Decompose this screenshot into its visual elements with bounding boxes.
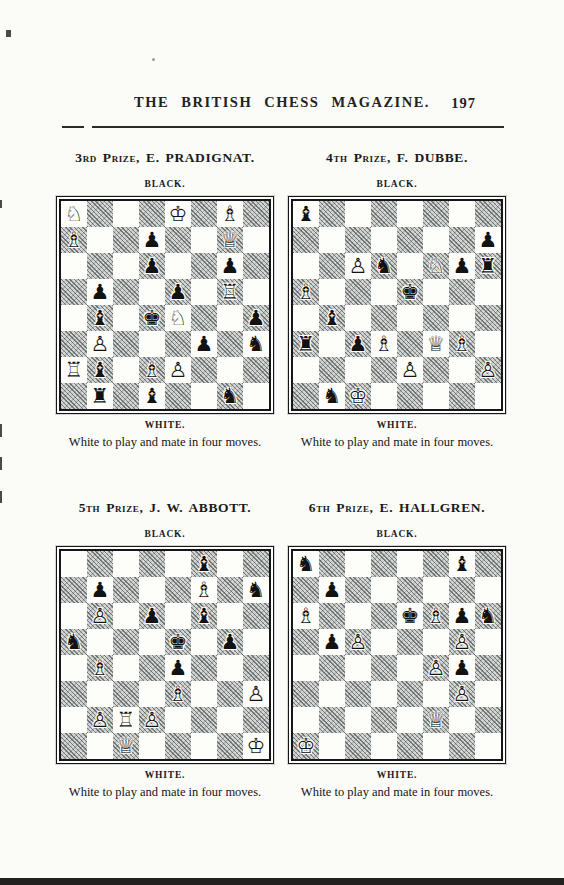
square-d6 [371,603,397,629]
problem-caption: White to play and mate in four moves. [40,435,290,450]
square-h3 [475,331,501,357]
square-d1 [371,383,397,409]
square-f2 [191,357,217,383]
square-e3 [397,681,423,707]
square-e1 [397,733,423,759]
square-a4 [293,305,319,331]
square-b1 [319,733,345,759]
square-b8 [87,201,113,227]
square-c8 [345,201,371,227]
square-f2: ♕ [423,707,449,733]
square-h7: ♟ [475,227,501,253]
square-c4 [345,305,371,331]
square-d8 [371,551,397,577]
square-c1 [113,383,139,409]
square-b2: ♙ [87,707,113,733]
square-b6: ♙ [87,603,113,629]
square-d3: ♗ [371,331,397,357]
piece-white-rook: ♖ [217,279,243,305]
square-h4 [475,655,501,681]
piece-black-rook: ♜ [87,383,113,409]
piece-black-pawn: ♟ [475,227,501,253]
square-a5: ♞ [61,629,87,655]
piece-white-knight: ♘ [61,201,87,227]
square-h8 [243,551,269,577]
square-a4 [61,655,87,681]
square-g3: ♙ [449,681,475,707]
square-b4: ♗ [87,655,113,681]
square-g1 [449,733,475,759]
square-d8 [371,201,397,227]
square-a3 [61,681,87,707]
square-h2 [243,707,269,733]
piece-white-king: ♔ [243,733,269,759]
piece-black-pawn: ♟ [165,655,191,681]
square-h4 [243,655,269,681]
square-e2: ♙ [165,357,191,383]
square-f8 [423,201,449,227]
square-c2 [345,357,371,383]
square-g7 [449,577,475,603]
piece-black-rook: ♜ [293,331,319,357]
square-b7 [319,227,345,253]
piece-white-queen: ♕ [217,227,243,253]
square-g3: ♗ [449,331,475,357]
square-f5 [191,629,217,655]
piece-black-bishop: ♝ [191,551,217,577]
square-f3 [423,681,449,707]
square-a1: ♔ [293,733,319,759]
square-f8 [423,551,449,577]
square-c6 [113,253,139,279]
square-a3 [293,681,319,707]
piece-white-bishop: ♗ [87,655,113,681]
square-f2 [423,357,449,383]
square-c7 [345,227,371,253]
square-g5: ♟ [217,629,243,655]
square-e1 [165,383,191,409]
square-a6: ♗ [293,603,319,629]
piece-black-knight: ♞ [475,603,501,629]
piece-black-pawn: ♟ [243,305,269,331]
problem-title: 5th Prize, J. W. ABBOTT. [40,500,290,516]
square-h7 [243,227,269,253]
piece-black-pawn: ♟ [165,279,191,305]
square-e3 [165,331,191,357]
square-d3 [139,331,165,357]
square-f1 [423,733,449,759]
piece-white-bishop: ♗ [191,577,217,603]
square-e2: ♙ [397,357,423,383]
square-d2: ♗ [139,357,165,383]
square-d3 [139,681,165,707]
square-d2 [371,707,397,733]
square-b3 [87,681,113,707]
square-d5 [371,629,397,655]
chessboard-pradignat: ♘♔♗♗♟♕♟♟♟♟♖♝♚♘♟♙♟♞♖♝♗♙♜♝♞ [56,196,274,414]
square-d7 [139,577,165,603]
square-g4 [217,305,243,331]
square-e6 [165,253,191,279]
square-f2 [191,707,217,733]
square-g6: ♟ [217,253,243,279]
square-f5 [423,279,449,305]
square-c4 [113,655,139,681]
square-d1: ♝ [139,383,165,409]
square-b7: ♟ [87,577,113,603]
piece-black-pawn: ♟ [217,253,243,279]
piece-black-bishop: ♝ [449,551,475,577]
square-f3 [191,681,217,707]
square-e4 [397,655,423,681]
square-a1 [61,733,87,759]
square-c5: ♙ [345,629,371,655]
piece-black-king: ♚ [397,603,423,629]
piece-black-pawn: ♟ [449,655,475,681]
square-b2: ♝ [87,357,113,383]
piece-white-knight: ♘ [423,253,449,279]
square-c3 [113,681,139,707]
square-e6 [397,253,423,279]
square-c3: ♟ [345,331,371,357]
square-a7 [293,227,319,253]
piece-white-bishop: ♗ [139,357,165,383]
square-a3: ♜ [293,331,319,357]
square-a7 [61,577,87,603]
square-d5 [139,279,165,305]
square-b5: ♟ [319,629,345,655]
square-a6 [61,253,87,279]
square-e6 [165,603,191,629]
square-b1: ♞ [319,383,345,409]
square-h6: ♜ [475,253,501,279]
square-g2 [449,707,475,733]
problem-caption: White to play and mate in four moves. [40,785,290,800]
square-c4 [113,305,139,331]
piece-white-bishop: ♗ [165,681,191,707]
square-g1 [217,733,243,759]
square-h6: ♞ [475,603,501,629]
square-b5 [319,279,345,305]
piece-white-pawn: ♙ [345,253,371,279]
piece-white-king: ♔ [165,201,191,227]
piece-black-bishop: ♝ [139,383,165,409]
square-f4 [191,655,217,681]
piece-black-pawn: ♟ [449,603,475,629]
square-c1: ♔ [345,383,371,409]
square-a3 [61,331,87,357]
square-c5 [113,279,139,305]
square-a8: ♝ [293,201,319,227]
square-f1 [191,383,217,409]
square-g6 [217,603,243,629]
square-a5 [293,629,319,655]
square-g5: ♙ [449,629,475,655]
piece-white-pawn: ♙ [87,331,113,357]
square-g2 [217,357,243,383]
piece-white-pawn: ♙ [87,603,113,629]
square-e5: ♚ [397,279,423,305]
square-h3: ♙ [243,681,269,707]
problem-title: 6th Prize, E. HALLGREN. [272,500,522,516]
piece-white-pawn: ♙ [87,707,113,733]
square-g5: ♖ [217,279,243,305]
square-b4: ♝ [87,305,113,331]
piece-black-knight: ♞ [319,383,345,409]
square-a5: ♗ [293,279,319,305]
square-g7 [449,227,475,253]
square-b1: ♜ [87,383,113,409]
square-b8 [87,551,113,577]
scan-artifact-tick [0,200,2,208]
square-f6: ♝ [191,603,217,629]
piece-black-pawn: ♟ [139,603,165,629]
square-a2: ♖ [61,357,87,383]
square-c8 [113,551,139,577]
square-g7 [217,577,243,603]
piece-black-bishop: ♝ [319,305,345,331]
piece-white-queen: ♕ [423,707,449,733]
piece-black-pawn: ♟ [139,253,165,279]
square-e4: ♟ [165,655,191,681]
square-d5 [139,629,165,655]
square-h4 [475,305,501,331]
square-d2 [371,357,397,383]
square-b3: ♙ [87,331,113,357]
piece-white-pawn: ♙ [243,681,269,707]
square-c8 [113,201,139,227]
scan-artifact-speck [6,30,11,37]
piece-white-bishop: ♗ [423,603,449,629]
square-h1 [475,383,501,409]
square-c6 [113,603,139,629]
piece-black-king: ♚ [139,305,165,331]
square-g2 [449,357,475,383]
black-side-label: BLACK. [272,529,522,539]
square-f7 [423,227,449,253]
square-f1 [191,733,217,759]
square-g8: ♗ [217,201,243,227]
square-g8 [449,201,475,227]
piece-black-king: ♚ [397,279,423,305]
piece-white-bishop: ♗ [61,227,87,253]
square-g8: ♝ [449,551,475,577]
white-side-label: WHITE. [40,420,290,430]
square-g1 [449,383,475,409]
square-f6: ♘ [423,253,449,279]
square-h8 [475,201,501,227]
piece-black-knight: ♞ [61,629,87,655]
square-e4 [397,305,423,331]
square-b5 [87,629,113,655]
problem-6th-prize-hallgren: 6th Prize, E. HALLGREN. BLACK. ♞♝♟♗♚♗♟♞♟… [272,500,522,800]
square-c7 [113,227,139,253]
square-e1 [397,383,423,409]
square-h2 [243,357,269,383]
square-d7: ♟ [139,227,165,253]
square-h5 [475,629,501,655]
square-d6: ♟ [139,603,165,629]
square-d3 [371,681,397,707]
scan-artifact-tick [0,424,2,437]
piece-white-knight: ♘ [165,305,191,331]
square-h2 [475,707,501,733]
page-number: 197 [451,95,476,112]
piece-black-king: ♚ [165,629,191,655]
square-f6: ♗ [423,603,449,629]
square-f3: ♟ [191,331,217,357]
square-e5: ♟ [165,279,191,305]
square-f8: ♝ [191,551,217,577]
square-h1: ♔ [243,733,269,759]
square-d7 [371,577,397,603]
piece-white-rook: ♖ [113,707,139,733]
square-e8 [397,551,423,577]
square-b6 [87,253,113,279]
square-f4 [191,305,217,331]
white-side-label: WHITE. [272,770,522,780]
piece-black-bishop: ♝ [87,305,113,331]
square-b5: ♟ [87,279,113,305]
piece-white-rook: ♖ [61,357,87,383]
square-a6 [61,603,87,629]
piece-white-pawn: ♙ [397,357,423,383]
square-c4 [345,655,371,681]
square-h8 [475,551,501,577]
square-b7: ♟ [319,577,345,603]
square-e5: ♚ [165,629,191,655]
piece-white-pawn: ♙ [345,629,371,655]
square-d7 [371,227,397,253]
square-h7 [475,577,501,603]
square-e3 [397,331,423,357]
square-d4 [371,655,397,681]
square-b4 [319,655,345,681]
piece-black-rook: ♜ [475,253,501,279]
square-f6 [191,253,217,279]
scan-artifact-tick [0,491,2,503]
square-c5 [345,279,371,305]
square-c1: ♕ [113,733,139,759]
square-b8 [319,551,345,577]
square-d5 [371,279,397,305]
square-d6: ♞ [371,253,397,279]
square-b2 [319,707,345,733]
piece-black-bishop: ♝ [293,201,319,227]
square-b3 [319,681,345,707]
square-g3 [217,331,243,357]
square-d8 [139,551,165,577]
square-g5 [449,279,475,305]
square-a7 [293,577,319,603]
piece-black-knight: ♞ [371,253,397,279]
square-h1 [243,383,269,409]
square-e4: ♘ [165,305,191,331]
piece-black-knight: ♞ [293,551,319,577]
square-f7 [423,577,449,603]
square-g7: ♕ [217,227,243,253]
square-a4 [293,655,319,681]
square-e1 [165,733,191,759]
square-h2: ♙ [475,357,501,383]
square-a8: ♞ [293,551,319,577]
square-h5 [243,629,269,655]
piece-black-knight: ♞ [217,383,243,409]
piece-white-bishop: ♗ [371,331,397,357]
square-c1 [345,733,371,759]
square-d6: ♟ [139,253,165,279]
square-a1 [61,383,87,409]
square-c3 [345,681,371,707]
square-c7 [113,577,139,603]
square-h5 [243,279,269,305]
piece-white-queen: ♕ [423,331,449,357]
problem-caption: White to play and mate in four moves. [272,785,522,800]
square-e2 [397,707,423,733]
square-d4 [139,655,165,681]
square-f7 [191,227,217,253]
chessboard-hallgren: ♞♝♟♗♚♗♟♞♟♙♙♙♟♙♕♔ [288,546,506,764]
square-h1 [475,733,501,759]
square-h3 [475,681,501,707]
square-c6: ♙ [345,253,371,279]
piece-black-pawn: ♟ [345,331,371,357]
square-g6: ♟ [449,603,475,629]
square-a1 [293,383,319,409]
chessboard-abbott: ♝♟♗♞♙♟♝♞♚♟♗♟♗♙♙♖♙♕♔ [56,546,274,764]
white-side-label: WHITE. [272,420,522,430]
piece-white-pawn: ♙ [165,357,191,383]
square-b7 [87,227,113,253]
square-f5 [191,279,217,305]
piece-black-pawn: ♟ [87,577,113,603]
square-f4: ♙ [423,655,449,681]
scan-artifact-tick [0,457,2,470]
square-f4 [423,305,449,331]
square-c7 [345,577,371,603]
piece-white-bishop: ♗ [449,331,475,357]
piece-white-king: ♔ [345,383,371,409]
square-g6: ♟ [449,253,475,279]
square-h7: ♞ [243,577,269,603]
square-d8 [139,201,165,227]
problem-4th-prize-dubbe: 4th Prize, F. DUBBE. BLACK. ♝♟♙♞♘♟♜♗♚♝♜♟… [272,150,522,450]
square-d4 [371,305,397,331]
square-c2: ♖ [113,707,139,733]
square-a4 [61,305,87,331]
square-f7: ♗ [191,577,217,603]
piece-white-pawn: ♙ [139,707,165,733]
square-h5 [475,279,501,305]
square-h6 [243,253,269,279]
piece-white-bishop: ♗ [293,603,319,629]
piece-white-queen: ♕ [113,733,139,759]
piece-black-pawn: ♟ [217,629,243,655]
square-c8 [345,551,371,577]
square-c5 [113,629,139,655]
problem-5th-prize-abbott: 5th Prize, J. W. ABBOTT. BLACK. ♝♟♗♞♙♟♝♞… [40,500,290,800]
square-c6 [345,603,371,629]
square-a8 [61,551,87,577]
header-rule [92,126,504,128]
square-c2 [113,357,139,383]
piece-black-pawn: ♟ [191,331,217,357]
square-c3 [113,331,139,357]
square-h4: ♟ [243,305,269,331]
square-f1 [423,383,449,409]
square-a2 [61,707,87,733]
square-f8 [191,201,217,227]
